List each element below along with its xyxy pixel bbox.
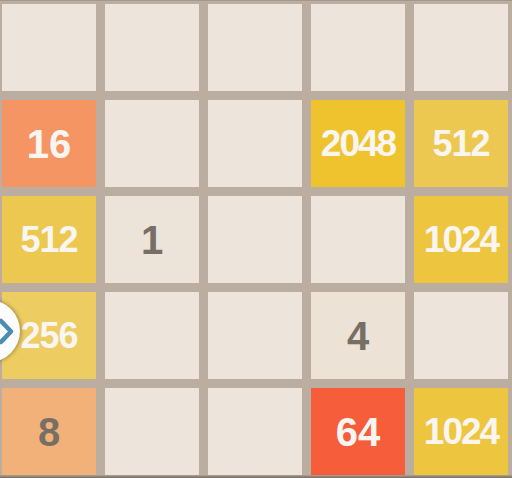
empty-cell xyxy=(105,292,199,379)
board-2048[interactable]: 1620485125121102425648641024 xyxy=(0,0,512,478)
empty-cell xyxy=(105,388,199,475)
empty-cell xyxy=(311,196,405,283)
tile-512: 512 xyxy=(2,196,96,283)
tile-16: 16 xyxy=(2,100,96,187)
empty-cell xyxy=(208,196,302,283)
screen-top-edge xyxy=(0,0,512,1)
tile-4: 4 xyxy=(311,292,405,379)
tile-2048: 2048 xyxy=(311,100,405,187)
tile-1: 1 xyxy=(105,196,199,283)
empty-cell xyxy=(105,4,199,91)
empty-cell xyxy=(414,4,508,91)
tile-512: 512 xyxy=(414,100,508,187)
tile-64: 64 xyxy=(311,388,405,475)
empty-cell xyxy=(105,100,199,187)
chevron-right-icon xyxy=(0,318,15,345)
tile-8: 8 xyxy=(2,388,96,475)
empty-cell xyxy=(208,292,302,379)
empty-cell xyxy=(414,292,508,379)
empty-cell xyxy=(311,4,405,91)
empty-cell xyxy=(2,4,96,91)
tile-1024: 1024 xyxy=(414,388,508,475)
empty-cell xyxy=(208,100,302,187)
empty-cell xyxy=(208,388,302,475)
empty-cell xyxy=(208,4,302,91)
tile-1024: 1024 xyxy=(414,196,508,283)
tile-grid: 1620485125121102425648641024 xyxy=(2,4,508,475)
